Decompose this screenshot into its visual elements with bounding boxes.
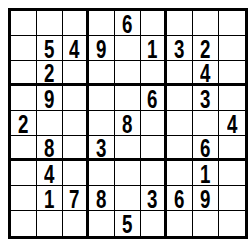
cell-r3c9[interactable]: [219, 61, 245, 86]
given-digit: 5: [122, 211, 132, 236]
cell-r9c4[interactable]: [89, 211, 115, 236]
cell-r9c1[interactable]: [11, 211, 37, 236]
given-digit: 3: [174, 36, 184, 61]
given-digit: 1: [200, 161, 210, 186]
given-digit: 7: [69, 186, 79, 211]
cell-r6c2: 8: [37, 136, 63, 161]
cell-r3c2: 2: [37, 61, 63, 86]
cell-r9c7[interactable]: [167, 211, 193, 236]
given-digit: 4: [227, 111, 237, 136]
cell-r1c1[interactable]: [11, 11, 37, 36]
cell-r7c7[interactable]: [167, 161, 193, 186]
cell-r4c9[interactable]: [219, 86, 245, 111]
cell-r5c4[interactable]: [89, 111, 115, 136]
given-digit: 8: [122, 111, 132, 136]
cell-r6c5[interactable]: [115, 136, 141, 161]
given-digit: 2: [200, 36, 210, 61]
given-digit: 6: [200, 136, 210, 161]
given-digit: 6: [174, 186, 184, 211]
cell-r5c9: 4: [219, 111, 245, 136]
cell-r6c3[interactable]: [63, 136, 89, 161]
given-digit: 4: [44, 161, 54, 186]
cell-r7c2: 4: [37, 161, 63, 186]
cell-r1c2[interactable]: [37, 11, 63, 36]
given-digit: 2: [18, 111, 28, 136]
cell-r1c9[interactable]: [219, 11, 245, 36]
cell-r4c4[interactable]: [89, 86, 115, 111]
cell-r4c8: 3: [193, 86, 219, 111]
cell-r2c2: 5: [37, 36, 63, 61]
page: 654913224963284836411783695: [0, 0, 250, 239]
cell-r1c5: 6: [115, 11, 141, 36]
cell-r4c3[interactable]: [63, 86, 89, 111]
cell-r1c6[interactable]: [141, 11, 167, 36]
given-digit: 4: [69, 36, 79, 61]
cell-r6c4: 3: [89, 136, 115, 161]
cell-r9c5: 5: [115, 211, 141, 236]
cell-r6c9[interactable]: [219, 136, 245, 161]
cell-r7c5[interactable]: [115, 161, 141, 186]
cell-r2c9[interactable]: [219, 36, 245, 61]
given-digit: 2: [44, 61, 54, 86]
given-digit: 8: [44, 136, 54, 161]
cell-r2c3: 4: [63, 36, 89, 61]
cell-r9c9[interactable]: [219, 211, 245, 236]
cell-r6c6[interactable]: [141, 136, 167, 161]
cell-r1c3[interactable]: [63, 11, 89, 36]
given-digit: 3: [200, 86, 210, 111]
cell-r1c7[interactable]: [167, 11, 193, 36]
cell-r6c8: 6: [193, 136, 219, 161]
cell-r8c5[interactable]: [115, 186, 141, 211]
cell-r3c6[interactable]: [141, 61, 167, 86]
cell-r2c1[interactable]: [11, 36, 37, 61]
sudoku-board: 654913224963284836411783695: [8, 8, 248, 239]
cell-r5c3[interactable]: [63, 111, 89, 136]
cell-r8c2: 1: [37, 186, 63, 211]
given-digit: 6: [122, 11, 132, 36]
cell-r7c1[interactable]: [11, 161, 37, 186]
cell-r5c5: 8: [115, 111, 141, 136]
given-digit: 1: [44, 186, 54, 211]
cell-r2c4: 9: [89, 36, 115, 61]
cell-r2c5[interactable]: [115, 36, 141, 61]
given-digit: 9: [44, 86, 54, 111]
cell-r4c6: 6: [141, 86, 167, 111]
cell-r8c3: 7: [63, 186, 89, 211]
given-digit: 3: [147, 186, 157, 211]
cell-r9c3[interactable]: [63, 211, 89, 236]
cell-r3c7[interactable]: [167, 61, 193, 86]
given-digit: 9: [200, 186, 210, 211]
cell-r8c8: 9: [193, 186, 219, 211]
cell-r5c7[interactable]: [167, 111, 193, 136]
cell-r8c4: 8: [89, 186, 115, 211]
given-digit: 8: [96, 186, 106, 211]
cell-r4c7[interactable]: [167, 86, 193, 111]
cell-r9c6[interactable]: [141, 211, 167, 236]
given-digit: 9: [96, 36, 106, 61]
cell-r5c1: 2: [11, 111, 37, 136]
cell-r2c8: 2: [193, 36, 219, 61]
given-digit: 5: [44, 36, 54, 61]
cell-r3c8: 4: [193, 61, 219, 86]
cell-r9c2[interactable]: [37, 211, 63, 236]
cell-r6c7[interactable]: [167, 136, 193, 161]
given-digit: 1: [147, 36, 157, 61]
given-digit: 3: [96, 136, 106, 161]
cell-r7c4[interactable]: [89, 161, 115, 186]
cell-r7c8: 1: [193, 161, 219, 186]
cell-r5c6[interactable]: [141, 111, 167, 136]
cell-r5c8[interactable]: [193, 111, 219, 136]
cell-r1c4[interactable]: [89, 11, 115, 36]
cell-r2c7: 3: [167, 36, 193, 61]
cell-r7c3[interactable]: [63, 161, 89, 186]
cell-r3c1[interactable]: [11, 61, 37, 86]
cell-r5c2[interactable]: [37, 111, 63, 136]
given-digit: 6: [147, 86, 157, 111]
given-digit: 4: [200, 61, 210, 86]
cell-r8c9[interactable]: [219, 186, 245, 211]
cell-r3c3[interactable]: [63, 61, 89, 86]
cell-r8c6: 3: [141, 186, 167, 211]
cell-r3c5[interactable]: [115, 61, 141, 86]
cell-r7c6[interactable]: [141, 161, 167, 186]
cell-r4c2: 9: [37, 86, 63, 111]
cell-r2c6: 1: [141, 36, 167, 61]
cell-r1c8[interactable]: [193, 11, 219, 36]
cell-r6c1[interactable]: [11, 136, 37, 161]
cell-r4c1[interactable]: [11, 86, 37, 111]
cell-r4c5[interactable]: [115, 86, 141, 111]
cell-r7c9[interactable]: [219, 161, 245, 186]
cell-r8c7: 6: [167, 186, 193, 211]
cell-r8c1[interactable]: [11, 186, 37, 211]
cell-r9c8[interactable]: [193, 211, 219, 236]
cell-r3c4[interactable]: [89, 61, 115, 86]
